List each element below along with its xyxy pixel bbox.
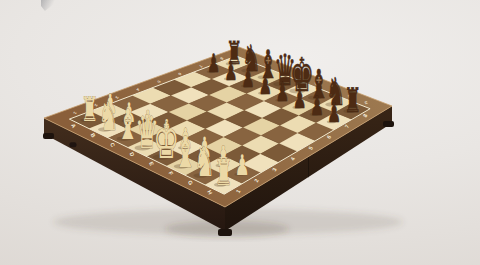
box-foot-2: [383, 121, 394, 127]
piece-black-P-g7[interactable]: ♟: [310, 91, 324, 122]
piece-white-N-b1[interactable]: ♞: [98, 93, 118, 139]
piece-white-N-g1[interactable]: ♞: [194, 138, 215, 186]
piece-black-P-e7[interactable]: ♟: [276, 76, 290, 107]
piece-black-P-f7[interactable]: ♟: [293, 84, 307, 115]
box-foot-0: [43, 133, 54, 139]
piece-white-R-h1[interactable]: ♜: [214, 151, 233, 194]
piece-black-P-c7[interactable]: ♟: [241, 62, 255, 93]
piece-white-P-h2[interactable]: ♟: [235, 148, 250, 182]
chess-board: A11AB22BC33CD44DE55EF66FG77GH88H♜♞♟♝♟♛♟♚…: [0, 0, 480, 265]
photo-backdrop: A11AB22BC33CD44DE55EF66FG77GH88H♜♞♟♝♟♛♟♚…: [0, 0, 480, 265]
box-latch: [69, 142, 76, 147]
piece-black-P-a7[interactable]: ♟: [207, 49, 220, 78]
piece-black-P-h7[interactable]: ♟: [327, 97, 341, 129]
piece-black-P-b7[interactable]: ♟: [224, 56, 237, 85]
piece-white-R-a1[interactable]: ♜: [81, 89, 99, 129]
piece-black-R-h8[interactable]: ♜: [344, 80, 362, 120]
piece-black-P-d7[interactable]: ♟: [258, 69, 272, 100]
box-foot-1: [218, 229, 232, 236]
